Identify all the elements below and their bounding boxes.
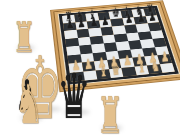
piece-white-n-g1: ♞: [150, 59, 160, 73]
piece-white-p-e2: ♟: [122, 53, 132, 67]
piece-black-k-e8: ♚: [111, 6, 120, 19]
piece-white-b-c1: ♝: [98, 64, 108, 79]
square-h1: [159, 63, 174, 73]
square-c7: ♟: [87, 20, 100, 29]
piece-black-p-d7: ♟: [101, 14, 110, 27]
square-h4: [152, 38, 167, 47]
piece-black-p-f7: ♟: [125, 12, 134, 25]
foreground-piece-white-rook: ♜: [97, 91, 124, 140]
piece-white-p-h2: ♟: [160, 50, 170, 64]
square-e2: ♟: [119, 58, 134, 68]
chess-set-photo: ♜♞♝♚♝♞♜♟♟♟♟♟♟♟♟♟♟♟♟♟♟♟♝♛♝♞ ♜♚♟♞♛♜: [0, 0, 180, 140]
square-g1: ♞: [147, 64, 162, 74]
square-e8: ♚: [109, 11, 122, 19]
piece-white-q-d1: ♛: [111, 63, 121, 78]
foreground-piece-black-queen: ♛: [57, 66, 90, 128]
piece-white-b-f1: ♝: [137, 61, 147, 75]
piece-black-p-b7: ♟: [77, 16, 86, 29]
square-g7: ♟: [134, 16, 148, 24]
foreground-piece-white-knight: ♞: [14, 78, 43, 132]
square-h7: ♟: [145, 15, 159, 23]
piece-black-p-a7: ♟: [65, 17, 74, 30]
piece-black-p-c7: ♟: [89, 15, 98, 28]
square-a7: ♟: [63, 22, 76, 31]
piece-black-p-g7: ♟: [136, 11, 145, 24]
piece-black-p-h7: ♟: [148, 10, 157, 23]
